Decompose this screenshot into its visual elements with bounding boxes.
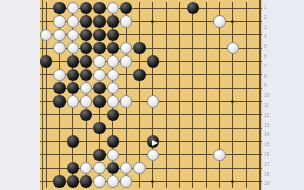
row-number-label: 2: [264, 14, 269, 22]
board-cell[interactable]: [199, 175, 212, 188]
board-cell[interactable]: [199, 108, 212, 121]
board-cell[interactable]: [226, 2, 239, 15]
black-stone: [93, 15, 105, 27]
board-cell[interactable]: [53, 122, 66, 135]
board-cell[interactable]: [146, 15, 159, 28]
board-cell[interactable]: [226, 95, 239, 108]
white-stone: [53, 15, 65, 27]
board-cell[interactable]: [119, 108, 132, 121]
board-cell[interactable]: [186, 95, 199, 108]
board-cell[interactable]: [93, 15, 106, 28]
white-stone: [227, 42, 239, 54]
board-cell[interactable]: [93, 175, 106, 188]
board-cell[interactable]: [93, 55, 106, 68]
black-stone: [80, 29, 92, 41]
board-cell[interactable]: [213, 28, 226, 41]
board-cell[interactable]: [199, 122, 212, 135]
board-cell[interactable]: [239, 162, 252, 175]
white-stone: [93, 55, 105, 67]
board-cell[interactable]: [79, 28, 92, 41]
board-cell[interactable]: [66, 122, 79, 135]
white-stone: [213, 15, 225, 27]
board-cell[interactable]: [119, 162, 132, 175]
board-cell[interactable]: [40, 68, 53, 81]
black-stone: [40, 55, 52, 67]
white-stone: [93, 162, 105, 174]
board-cell[interactable]: [226, 28, 239, 41]
board-cell[interactable]: [79, 55, 92, 68]
board-cell[interactable]: [79, 15, 92, 28]
board-cell[interactable]: [173, 95, 186, 108]
row-number-label: 10: [264, 92, 269, 100]
board-cell[interactable]: [186, 135, 199, 148]
board-cell[interactable]: [199, 28, 212, 41]
board-cell[interactable]: [106, 162, 119, 175]
left-app-panel: [0, 0, 40, 190]
board-cell[interactable]: [66, 95, 79, 108]
white-stone: [53, 42, 65, 54]
board-cell[interactable]: [239, 2, 252, 15]
board-cell[interactable]: [173, 122, 186, 135]
board-cell[interactable]: [146, 42, 159, 55]
board-cell[interactable]: [53, 55, 66, 68]
board-cell[interactable]: [93, 82, 106, 95]
board-cell[interactable]: [186, 148, 199, 161]
white-stone: [213, 149, 225, 161]
board-cell[interactable]: [53, 42, 66, 55]
board-cell[interactable]: [40, 122, 53, 135]
board-cell[interactable]: [146, 162, 159, 175]
board-cell[interactable]: [146, 68, 159, 81]
board-cell[interactable]: [106, 148, 119, 161]
board-cell[interactable]: [66, 42, 79, 55]
board-cell[interactable]: [146, 95, 159, 108]
board-cell[interactable]: [106, 122, 119, 135]
black-stone: [93, 122, 105, 134]
black-stone: [80, 15, 92, 27]
board-cell[interactable]: [159, 108, 172, 121]
white-stone: [67, 42, 79, 54]
black-stone: [107, 109, 119, 121]
black-stone: [107, 42, 119, 54]
board-cell[interactable]: [186, 55, 199, 68]
board-cell[interactable]: [173, 108, 186, 121]
black-stone: [67, 55, 79, 67]
board-cell[interactable]: [173, 55, 186, 68]
board-cell[interactable]: [186, 2, 199, 15]
board-cell[interactable]: [133, 122, 146, 135]
board-cell[interactable]: [186, 122, 199, 135]
board-cell[interactable]: [173, 68, 186, 81]
board-cell[interactable]: [106, 55, 119, 68]
board-cell[interactable]: [173, 2, 186, 15]
row-number-label: 1: [264, 4, 269, 12]
board-cell[interactable]: [40, 148, 53, 161]
board-cell[interactable]: [159, 15, 172, 28]
board-cell[interactable]: [66, 135, 79, 148]
board-cell[interactable]: [159, 2, 172, 15]
board-cell[interactable]: [79, 175, 92, 188]
board-cell[interactable]: [226, 122, 239, 135]
board-cell[interactable]: [40, 2, 53, 15]
board-cell[interactable]: [159, 82, 172, 95]
board-cell[interactable]: [119, 135, 132, 148]
board-cell[interactable]: [186, 175, 199, 188]
board-cell[interactable]: [79, 122, 92, 135]
board-cell[interactable]: [133, 108, 146, 121]
board-cell[interactable]: [226, 68, 239, 81]
board-cell[interactable]: [106, 95, 119, 108]
white-stone: [133, 162, 145, 174]
board-cell[interactable]: [239, 95, 252, 108]
board-cell[interactable]: [79, 162, 92, 175]
board-cell[interactable]: [213, 82, 226, 95]
board-cell[interactable]: [186, 108, 199, 121]
board-cell[interactable]: [119, 148, 132, 161]
board-cell[interactable]: [133, 135, 146, 148]
white-stone: [107, 55, 119, 67]
board-cell[interactable]: [79, 148, 92, 161]
board-cell[interactable]: [146, 108, 159, 121]
black-stone: [53, 175, 65, 187]
board-cell[interactable]: [239, 55, 252, 68]
board-cell[interactable]: [93, 42, 106, 55]
board-cell[interactable]: [213, 95, 226, 108]
board-cell[interactable]: [66, 2, 79, 15]
black-stone: [93, 42, 105, 54]
board-cell[interactable]: [173, 175, 186, 188]
board-cell[interactable]: [186, 162, 199, 175]
board-cell[interactable]: [66, 68, 79, 81]
black-stone: [187, 2, 199, 14]
board-cell[interactable]: [199, 135, 212, 148]
white-stone: [147, 95, 159, 107]
board-cell[interactable]: [40, 55, 53, 68]
board-cell[interactable]: [159, 55, 172, 68]
board-cell[interactable]: [133, 95, 146, 108]
star-point: [231, 20, 234, 23]
row-number-label: 16: [264, 151, 269, 159]
board-cell[interactable]: [40, 15, 53, 28]
board-cell[interactable]: [199, 68, 212, 81]
board-cell[interactable]: [226, 82, 239, 95]
board-cell[interactable]: [53, 148, 66, 161]
board-cell[interactable]: [239, 15, 252, 28]
board-cell[interactable]: [213, 162, 226, 175]
board-cell[interactable]: [53, 68, 66, 81]
board-cell[interactable]: [213, 175, 226, 188]
board-cell[interactable]: [119, 42, 132, 55]
row-number-label: 5: [264, 43, 269, 51]
board-cell[interactable]: [119, 68, 132, 81]
board-cell[interactable]: [173, 28, 186, 41]
board-cell[interactable]: [79, 95, 92, 108]
black-stone: [133, 42, 145, 54]
board-cell[interactable]: [199, 2, 212, 15]
board-cell[interactable]: [213, 108, 226, 121]
board-cell[interactable]: [239, 108, 252, 121]
board-cell[interactable]: [186, 68, 199, 81]
board-cell[interactable]: [119, 95, 132, 108]
board-cell[interactable]: [106, 135, 119, 148]
board-cell[interactable]: [213, 42, 226, 55]
board-cell[interactable]: [79, 42, 92, 55]
black-stone: [93, 2, 105, 14]
row-number-label: 6: [264, 53, 269, 61]
black-stone: [80, 55, 92, 67]
board-cell[interactable]: [66, 28, 79, 41]
board-cell[interactable]: [119, 2, 132, 15]
board-cell[interactable]: [239, 135, 252, 148]
white-stone: [93, 175, 105, 187]
board-cell[interactable]: [119, 15, 132, 28]
board-cell[interactable]: [199, 162, 212, 175]
board-cell[interactable]: [146, 122, 159, 135]
white-stone: [67, 29, 79, 41]
black-stone: [80, 42, 92, 54]
board-cell[interactable]: [199, 82, 212, 95]
board-cell[interactable]: [106, 108, 119, 121]
board-cell[interactable]: [53, 162, 66, 175]
row-number-label: 12: [264, 112, 269, 120]
board-cell[interactable]: [93, 28, 106, 41]
board-cell[interactable]: [159, 122, 172, 135]
white-stone: [120, 15, 132, 27]
board-cell[interactable]: [40, 28, 53, 41]
board-cell[interactable]: [66, 148, 79, 161]
board-cell[interactable]: [146, 135, 159, 148]
board-cell[interactable]: [173, 148, 186, 161]
board-cell[interactable]: [66, 162, 79, 175]
white-stone: [107, 95, 119, 107]
black-stone: [80, 69, 92, 81]
board-cell[interactable]: [53, 28, 66, 41]
board-cell[interactable]: [239, 28, 252, 41]
board-cell[interactable]: [146, 28, 159, 41]
board-cell[interactable]: [66, 15, 79, 28]
board-cell[interactable]: [40, 42, 53, 55]
board-cell[interactable]: [66, 82, 79, 95]
board-cell[interactable]: [146, 175, 159, 188]
right-label-strip: 12345678910111213141516171819: [262, 0, 304, 190]
black-stone: [120, 2, 132, 14]
board-cell[interactable]: [173, 15, 186, 28]
board-cell[interactable]: [106, 82, 119, 95]
white-stone: [53, 29, 65, 41]
board-cell[interactable]: [53, 108, 66, 121]
board-cell[interactable]: [40, 162, 53, 175]
white-stone: [120, 95, 132, 107]
row-number-label: 11: [264, 102, 269, 110]
board-cell[interactable]: [133, 2, 146, 15]
board-cell[interactable]: [119, 82, 132, 95]
board-cell[interactable]: [226, 42, 239, 55]
board-cell[interactable]: [159, 28, 172, 41]
board-cell[interactable]: [239, 42, 252, 55]
board-cell[interactable]: [79, 108, 92, 121]
board-cell[interactable]: [239, 175, 252, 188]
board-cell[interactable]: [226, 15, 239, 28]
board-cell[interactable]: [106, 2, 119, 15]
board-cell[interactable]: [53, 175, 66, 188]
board-cell[interactable]: [66, 108, 79, 121]
board-cell[interactable]: [159, 135, 172, 148]
board-cell[interactable]: [173, 42, 186, 55]
board-cell[interactable]: [93, 122, 106, 135]
star-point: [231, 100, 234, 103]
board-cell[interactable]: [173, 135, 186, 148]
star-point: [151, 20, 154, 23]
board-cell[interactable]: [159, 175, 172, 188]
black-stone: [80, 109, 92, 121]
board-cell[interactable]: [199, 55, 212, 68]
board-cell[interactable]: [213, 135, 226, 148]
board-cell[interactable]: [159, 42, 172, 55]
board-cell[interactable]: [133, 42, 146, 55]
row-number-label: 17: [264, 161, 269, 169]
board-cell[interactable]: [93, 162, 106, 175]
black-stone: [93, 82, 105, 94]
board-cell[interactable]: [226, 162, 239, 175]
black-stone: [80, 175, 92, 187]
board-cell[interactable]: [133, 162, 146, 175]
white-stone: [107, 69, 119, 81]
board-cell[interactable]: [146, 82, 159, 95]
black-stone: [93, 95, 105, 107]
board-cell[interactable]: [79, 2, 92, 15]
black-stone: [93, 149, 105, 161]
board-cell[interactable]: [133, 15, 146, 28]
screen: 12345678910111213141516171819: [0, 0, 304, 190]
board-cell[interactable]: [119, 175, 132, 188]
row-number-label: 15: [264, 141, 269, 149]
board-cell[interactable]: [173, 82, 186, 95]
board-cell[interactable]: [79, 68, 92, 81]
black-stone: [107, 29, 119, 41]
board-cell[interactable]: [239, 82, 252, 95]
board-cell[interactable]: [133, 175, 146, 188]
board-cell[interactable]: [119, 122, 132, 135]
black-stone: [67, 135, 79, 147]
board-cell[interactable]: [146, 148, 159, 161]
board-cell[interactable]: [199, 148, 212, 161]
board-cell[interactable]: [40, 95, 53, 108]
board-cell[interactable]: [213, 2, 226, 15]
board-cell[interactable]: [53, 82, 66, 95]
row-number-label: 9: [264, 82, 269, 90]
board-cell[interactable]: [213, 148, 226, 161]
white-stone: [107, 175, 119, 187]
board-grid: [40, 2, 267, 189]
board-cell[interactable]: [226, 175, 239, 188]
board-cell[interactable]: [199, 15, 212, 28]
board-cell[interactable]: [186, 82, 199, 95]
board-cell[interactable]: [93, 95, 106, 108]
board-cell[interactable]: [239, 68, 252, 81]
board-cell[interactable]: [106, 28, 119, 41]
board-cell[interactable]: [133, 82, 146, 95]
board-cell[interactable]: [186, 15, 199, 28]
board-cell[interactable]: [199, 42, 212, 55]
board-cell[interactable]: [159, 162, 172, 175]
board-cell[interactable]: [66, 175, 79, 188]
white-stone: [120, 42, 132, 54]
board-cell[interactable]: [93, 148, 106, 161]
board-cell[interactable]: [213, 122, 226, 135]
board-cell[interactable]: [226, 55, 239, 68]
board-cell[interactable]: [213, 15, 226, 28]
board-cell[interactable]: [159, 95, 172, 108]
board-cell[interactable]: [199, 95, 212, 108]
board-cell[interactable]: [93, 135, 106, 148]
row-number-label: 13: [264, 122, 269, 130]
board-cell[interactable]: [226, 108, 239, 121]
board-cell[interactable]: [159, 68, 172, 81]
board-cell[interactable]: [106, 175, 119, 188]
board-cell[interactable]: [186, 28, 199, 41]
board-cell[interactable]: [79, 82, 92, 95]
board-cell[interactable]: [146, 55, 159, 68]
white-stone: [107, 82, 119, 94]
board-cell[interactable]: [226, 135, 239, 148]
board-cell[interactable]: [159, 148, 172, 161]
white-stone: [80, 95, 92, 107]
white-stone: [40, 29, 52, 41]
row-number-label: 19: [264, 180, 269, 188]
board-cell[interactable]: [79, 135, 92, 148]
row-number-ruler: 12345678910111213141516171819: [264, 3, 271, 189]
board-cell[interactable]: [53, 15, 66, 28]
board-cell[interactable]: [186, 42, 199, 55]
board-cell[interactable]: [146, 2, 159, 15]
white-stone: [120, 55, 132, 67]
board-cell[interactable]: [133, 55, 146, 68]
board-cell[interactable]: [93, 2, 106, 15]
white-stone: [67, 15, 79, 27]
row-number-label: 18: [264, 171, 269, 179]
board-cell[interactable]: [239, 148, 252, 161]
board-cell[interactable]: [239, 122, 252, 135]
black-stone: [107, 162, 119, 174]
board-cell[interactable]: [53, 2, 66, 15]
board-cell[interactable]: [119, 55, 132, 68]
board-cell[interactable]: [53, 135, 66, 148]
board-cell[interactable]: [133, 68, 146, 81]
board-cell[interactable]: [40, 135, 53, 148]
board-cell[interactable]: [133, 148, 146, 161]
black-stone: [107, 15, 119, 27]
go-board[interactable]: [40, 0, 262, 190]
board-cell[interactable]: [106, 42, 119, 55]
board-cell[interactable]: [106, 15, 119, 28]
board-cell[interactable]: [213, 55, 226, 68]
board-cell[interactable]: [133, 28, 146, 41]
board-cell[interactable]: [93, 108, 106, 121]
board-cell[interactable]: [213, 68, 226, 81]
board-cell[interactable]: [40, 108, 53, 121]
board-cell[interactable]: [106, 68, 119, 81]
board-cell[interactable]: [40, 82, 53, 95]
white-stone: [67, 2, 79, 14]
board-cell[interactable]: [226, 148, 239, 161]
board-cell[interactable]: [40, 175, 53, 188]
board-cell[interactable]: [66, 55, 79, 68]
board-cell[interactable]: [53, 95, 66, 108]
black-stone: [53, 82, 65, 94]
board-cell[interactable]: [173, 162, 186, 175]
board-cell[interactable]: [119, 28, 132, 41]
board-cell[interactable]: [93, 68, 106, 81]
